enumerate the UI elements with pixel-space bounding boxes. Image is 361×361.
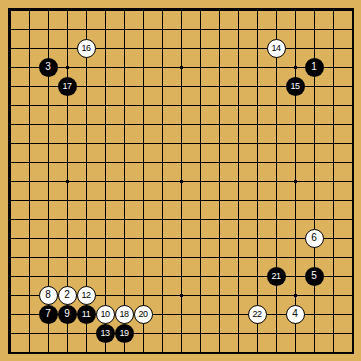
stone-move-number: 20 <box>138 310 147 319</box>
stone-move-number: 7 <box>45 309 51 319</box>
stone-white-P17: 14 <box>267 39 286 58</box>
stone-white-R7: 6 <box>305 229 324 248</box>
stone-move-number: 5 <box>311 271 317 281</box>
stone-move-number: 10 <box>100 310 109 319</box>
stone-move-number: 11 <box>82 310 90 319</box>
stone-move-number: 1 <box>311 62 317 72</box>
stone-white-H3: 20 <box>134 305 153 324</box>
stone-move-number: 21 <box>271 272 280 281</box>
stone-black-E3: 11 <box>77 305 96 324</box>
stone-white-G3: 18 <box>115 305 134 324</box>
stone-move-number: 3 <box>45 62 51 72</box>
stone-move-number: 6 <box>311 233 317 243</box>
stone-move-number: 22 <box>252 310 261 319</box>
stone-white-Q3: 4 <box>286 305 305 324</box>
stone-black-R5: 5 <box>305 267 324 286</box>
stone-black-G2: 19 <box>115 324 134 343</box>
stone-move-number: 12 <box>81 291 90 300</box>
stone-white-D4: 2 <box>58 286 77 305</box>
stone-black-C3: 7 <box>39 305 58 324</box>
stone-move-number: 4 <box>292 309 298 319</box>
stone-white-O3: 22 <box>248 305 267 324</box>
stone-black-Q15: 15 <box>286 77 305 96</box>
stone-black-R16: 1 <box>305 58 324 77</box>
go-board: 12345678910111213141516171819202122 <box>0 0 361 361</box>
stones-layer: 12345678910111213141516171819202122 <box>1 1 361 361</box>
stone-move-number: 8 <box>45 290 51 300</box>
stone-white-E4: 12 <box>77 286 96 305</box>
stone-move-number: 16 <box>81 44 90 53</box>
stone-move-number: 15 <box>290 82 299 91</box>
stone-move-number: 2 <box>64 290 70 300</box>
stone-white-F3: 10 <box>96 305 115 324</box>
stone-move-number: 9 <box>64 309 70 319</box>
stone-move-number: 14 <box>271 44 280 53</box>
stone-white-E17: 16 <box>77 39 96 58</box>
stone-black-P5: 21 <box>267 267 286 286</box>
stone-move-number: 19 <box>119 329 128 338</box>
stone-black-F2: 13 <box>96 324 115 343</box>
stone-white-C4: 8 <box>39 286 58 305</box>
stone-move-number: 17 <box>62 82 71 91</box>
stone-black-C16: 3 <box>39 58 58 77</box>
stone-black-D15: 17 <box>58 77 77 96</box>
stone-move-number: 18 <box>119 310 128 319</box>
stone-move-number: 13 <box>100 329 109 338</box>
stone-black-D3: 9 <box>58 305 77 324</box>
